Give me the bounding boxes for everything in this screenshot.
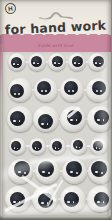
pupil-highlight [76,146,78,148]
pupil-highlight [97,201,99,203]
pupil-highlight [101,172,103,174]
eye-pupil [38,161,54,177]
pupil-highlight [19,201,21,203]
dome-sheen [37,110,42,113]
pupil-highlight [99,148,100,149]
pink-band: made with love [0,38,111,52]
pupil-highlight [24,172,26,174]
eye-pupil [67,110,82,125]
pupil-highlight [37,63,38,64]
googly-eye [28,53,46,71]
pupil-highlight [41,123,43,125]
pupil-highlight [54,62,56,64]
pupil-highlight [70,171,73,174]
eye-pupil [14,161,30,177]
pink-edge-reflection [0,44,3,96]
scallop-edge [0,34,111,38]
googly-eye [60,186,86,212]
googly-eye [9,138,26,155]
googly-eye [68,53,86,71]
pupil-highlight [97,119,99,121]
googly-eye [8,53,26,71]
pupil-highlight [41,202,43,204]
googly-eye [48,53,66,71]
pupil-highlight [73,201,75,203]
pupil-highlight [67,201,69,203]
pupil-highlight [38,148,39,149]
googly-eye [90,138,107,155]
pupil-highlight [13,63,15,65]
googly-eye [34,78,58,102]
pupil-highlight [72,90,74,92]
eye-pupil [10,84,24,98]
googly-eye [88,159,112,184]
googly-eye [87,106,111,132]
pupil-highlight [58,148,59,149]
eye-pupil [66,161,82,177]
googly-eye [8,78,32,102]
eye-pupil [10,111,25,126]
pupil-highlight [96,147,98,149]
pupil-highlight [13,201,15,203]
eye-pupil [93,141,103,151]
pupil-highlight [13,120,15,122]
googly-eye [5,186,31,212]
pupil-highlight [99,63,100,64]
googly-eye [88,53,106,71]
pupil-highlight [76,172,78,174]
pupil-highlight [55,147,57,149]
eye-pupil [31,56,42,67]
pupil-highlight [19,120,21,122]
eye-pupil [38,193,53,208]
product-photo: H for hand work made with love [0,0,111,220]
pupil-highlight [103,201,105,203]
eye-pupil [11,141,21,151]
pupil-highlight [68,90,70,92]
eye-pupil [32,141,42,151]
pupil-highlight [48,172,50,174]
pupil-highlight [79,147,80,148]
eye-pupil [91,161,107,177]
pupil-highlight [47,123,49,125]
eye-pupil [64,192,79,207]
pupil-highlight [74,62,76,64]
pupil-highlight [95,171,98,174]
googly-eye [32,186,58,212]
photo-bottom-shadow [0,215,111,220]
eye-pupil [52,56,63,67]
pupil-highlight [103,119,105,121]
eye-pupil [11,57,22,68]
eye-pupil [73,140,83,150]
tagline-text: made with love [16,43,96,48]
googly-eye [70,138,87,155]
dome-sheen [91,190,96,193]
eye-pupil [92,81,106,95]
googly-eye [62,159,87,184]
eye-pupil [72,56,83,67]
pupil-highlight [35,147,37,149]
pupil-highlight [47,202,49,204]
pupil-highlight [33,62,35,64]
pupil-highlight [41,90,43,92]
googly-eye [60,78,84,102]
eye-pupil [52,141,62,151]
eye-pupil [38,114,53,129]
euro-slot-hang-hole [38,6,74,16]
backing-card-header: H for hand work [0,0,111,38]
googly-eye [7,106,33,132]
pupil-highlight [96,90,98,92]
pupil-highlight [58,63,59,64]
pupil-highlight [76,119,78,121]
googly-eye [35,159,60,184]
googly-eye [86,78,110,102]
pupil-highlight [18,171,21,174]
pupil-highlight [45,90,47,92]
googly-eye [33,106,59,132]
eye-pupil [94,192,109,207]
brand-logo-letter: H [8,5,14,12]
eye-pupil [64,81,78,95]
pupil-highlight [42,171,45,174]
eye-pupil [10,192,25,207]
pupil-highlight [17,64,18,65]
googly-eye [29,138,46,155]
eye-pupil [37,81,51,95]
eye-pupil [93,56,104,67]
googly-eye [8,159,33,184]
pupil-highlight [18,93,20,95]
pupil-highlight [95,62,97,64]
pupil-highlight [14,147,16,149]
googly-eye [60,106,86,132]
googly-eye [49,138,66,155]
brand-logo-circle-h: H [4,2,16,14]
dome-sheen [36,190,41,193]
googly-eye [87,186,111,212]
pupil-highlight [100,90,102,92]
pupil-highlight [70,119,72,121]
pupil-highlight [14,93,16,95]
pupil-highlight [78,63,79,64]
pupil-highlight [17,148,18,149]
eye-pupil [94,110,109,125]
